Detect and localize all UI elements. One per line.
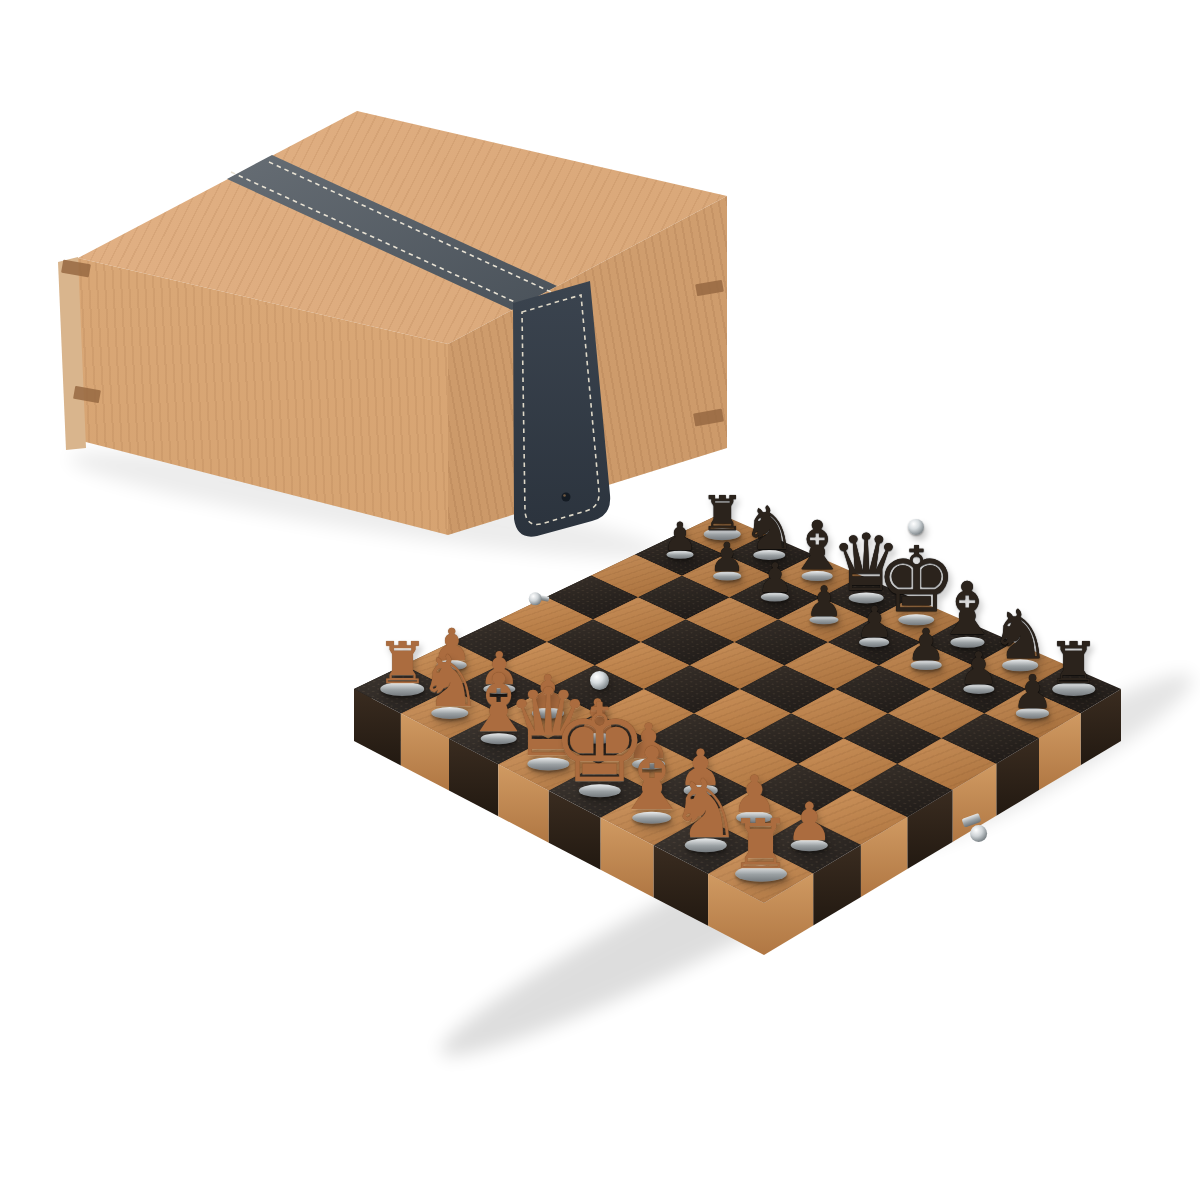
piece-glyph: ♜ bbox=[701, 489, 744, 537]
piece-glyph: ♟ bbox=[906, 624, 946, 668]
piece-glyph: ♟ bbox=[805, 580, 843, 622]
piece-glyph: ♟ bbox=[786, 796, 833, 849]
piece-glyph: ♟ bbox=[663, 518, 698, 557]
product-photo-scene: ♜♟♞♟♝♟♛♟♚♟♝♟♟♞♟♜♟♜♟♟♞♟♝♟♛♟♚♟♝♟♞♜ bbox=[0, 0, 1200, 1200]
piece-glyph: ♜ bbox=[730, 809, 791, 878]
pieces-layer: ♜♟♞♟♝♟♛♟♚♟♝♟♟♞♟♜♟♜♟♟♞♟♝♟♛♟♚♟♝♟♞♜ bbox=[0, 0, 1200, 1200]
piece-glyph: ♟ bbox=[1012, 670, 1054, 716]
piece-glyph: ♟ bbox=[855, 602, 894, 645]
piece-glyph: ♟ bbox=[757, 559, 794, 600]
king-finial-ball bbox=[590, 671, 609, 690]
piece-glyph: ♜ bbox=[1048, 635, 1100, 692]
piece-glyph: ♟ bbox=[709, 538, 745, 578]
piece-glyph: ♟ bbox=[958, 646, 999, 691]
